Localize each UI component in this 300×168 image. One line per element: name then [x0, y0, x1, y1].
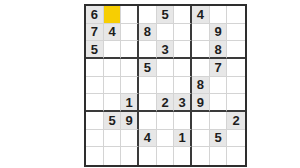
cell-r6c4[interactable]: [139, 94, 157, 112]
cell-r9c7[interactable]: [192, 147, 210, 165]
cell-r4c1[interactable]: [86, 59, 104, 77]
cell-r3c8[interactable]: 8: [210, 41, 228, 59]
cell-r8c4[interactable]: 4: [139, 130, 157, 148]
cell-r9c1[interactable]: [86, 147, 104, 165]
cell-r9c6[interactable]: [174, 147, 192, 165]
cell-r3c1[interactable]: 5: [86, 41, 104, 59]
cell-r8c5[interactable]: [157, 130, 175, 148]
cell-r2c3[interactable]: [121, 24, 139, 42]
cell-r4c2[interactable]: [104, 59, 122, 77]
cell-r5c7[interactable]: 8: [192, 77, 210, 95]
cell-r5c3[interactable]: [121, 77, 139, 95]
cell-r5c6[interactable]: [174, 77, 192, 95]
cell-r9c4[interactable]: [139, 147, 157, 165]
cell-r2c9[interactable]: [227, 24, 245, 42]
cell-r2c7[interactable]: [192, 24, 210, 42]
cell-r6c9[interactable]: [227, 94, 245, 112]
cell-r5c9[interactable]: [227, 77, 245, 95]
cell-r7c6[interactable]: [174, 112, 192, 130]
cell-r8c7[interactable]: [192, 130, 210, 148]
cell-r5c2[interactable]: [104, 77, 122, 95]
cell-r1c8[interactable]: [210, 6, 228, 24]
cell-r1c9[interactable]: [227, 6, 245, 24]
cell-r8c9[interactable]: [227, 130, 245, 148]
cell-r8c6[interactable]: 1: [174, 130, 192, 148]
cell-r5c1[interactable]: [86, 77, 104, 95]
cell-r7c8[interactable]: [210, 112, 228, 130]
cell-r8c1[interactable]: [86, 130, 104, 148]
cell-r6c5[interactable]: 2: [157, 94, 175, 112]
cell-r9c8[interactable]: [210, 147, 228, 165]
cell-r1c2[interactable]: [104, 6, 122, 24]
cell-r1c5[interactable]: 5: [157, 6, 175, 24]
cell-r5c4[interactable]: [139, 77, 157, 95]
cell-r3c3[interactable]: [121, 41, 139, 59]
cell-r6c8[interactable]: [210, 94, 228, 112]
cell-r7c4[interactable]: [139, 112, 157, 130]
cell-r5c8[interactable]: [210, 77, 228, 95]
cell-r9c5[interactable]: [157, 147, 175, 165]
cell-r6c1[interactable]: [86, 94, 104, 112]
cell-r9c3[interactable]: [121, 147, 139, 165]
cell-r8c3[interactable]: [121, 130, 139, 148]
cell-r3c9[interactable]: [227, 41, 245, 59]
cell-r7c5[interactable]: [157, 112, 175, 130]
cell-r1c1[interactable]: 6: [86, 6, 104, 24]
cell-r1c7[interactable]: 4: [192, 6, 210, 24]
cell-r6c3[interactable]: 1: [121, 94, 139, 112]
cell-r7c7[interactable]: [192, 112, 210, 130]
cell-r1c3[interactable]: [121, 6, 139, 24]
cell-r1c6[interactable]: [174, 6, 192, 24]
cell-r8c2[interactable]: [104, 130, 122, 148]
cell-r4c6[interactable]: [174, 59, 192, 77]
cell-r3c4[interactable]: [139, 41, 157, 59]
cell-r7c3[interactable]: 9: [121, 112, 139, 130]
cell-r2c6[interactable]: [174, 24, 192, 42]
cell-r7c1[interactable]: [86, 112, 104, 130]
cell-r3c6[interactable]: [174, 41, 192, 59]
sudoku-board: 65474895385781239592415: [84, 4, 247, 167]
sudoku-page: 65474895385781239592415: [0, 0, 300, 168]
cell-r4c9[interactable]: [227, 59, 245, 77]
cell-r2c2[interactable]: 4: [104, 24, 122, 42]
cell-r4c7[interactable]: [192, 59, 210, 77]
cell-r3c5[interactable]: 3: [157, 41, 175, 59]
cell-r9c9[interactable]: [227, 147, 245, 165]
cell-r9c2[interactable]: [104, 147, 122, 165]
cell-r4c8[interactable]: 7: [210, 59, 228, 77]
cell-r4c3[interactable]: [121, 59, 139, 77]
cell-r6c7[interactable]: 9: [192, 94, 210, 112]
cell-r8c8[interactable]: 5: [210, 130, 228, 148]
cell-r5c5[interactable]: [157, 77, 175, 95]
cell-r6c6[interactable]: 3: [174, 94, 192, 112]
cell-r7c2[interactable]: 5: [104, 112, 122, 130]
cell-r4c5[interactable]: [157, 59, 175, 77]
cell-r2c4[interactable]: 8: [139, 24, 157, 42]
cell-r1c4[interactable]: [139, 6, 157, 24]
cell-r7c9[interactable]: 2: [227, 112, 245, 130]
cell-r2c5[interactable]: [157, 24, 175, 42]
cell-r3c7[interactable]: [192, 41, 210, 59]
cell-r4c4[interactable]: 5: [139, 59, 157, 77]
cell-r2c8[interactable]: 9: [210, 24, 228, 42]
cell-r3c2[interactable]: [104, 41, 122, 59]
cell-r2c1[interactable]: 7: [86, 24, 104, 42]
cell-r6c2[interactable]: [104, 94, 122, 112]
